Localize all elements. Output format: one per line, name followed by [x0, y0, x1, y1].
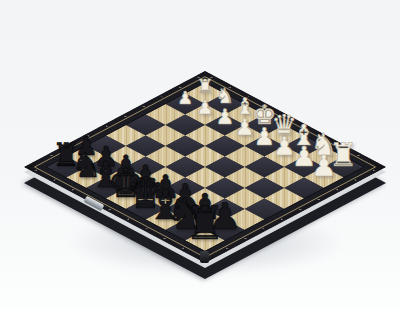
white-pawn-icon: ♟: [215, 107, 234, 128]
white-rook-icon: ♜: [196, 77, 213, 96]
white-pawn-icon: ♟: [234, 116, 254, 139]
black-rook-icon: ♜: [185, 201, 226, 247]
product-photo-scene: ♜♞♝♛♚♝♞♜♟♟♟♟♟♟♟♟♟♟♟♟♟♟♟♟♜♞♝♛♚♝♞♜: [0, 0, 400, 310]
white-pawn-icon: ♟: [311, 152, 337, 181]
white-pawn-icon: ♟: [196, 98, 213, 117]
white-knight-icon: ♞: [215, 86, 234, 107]
white-pawn-icon: ♟: [177, 89, 193, 107]
hinge-knob: [200, 251, 209, 263]
